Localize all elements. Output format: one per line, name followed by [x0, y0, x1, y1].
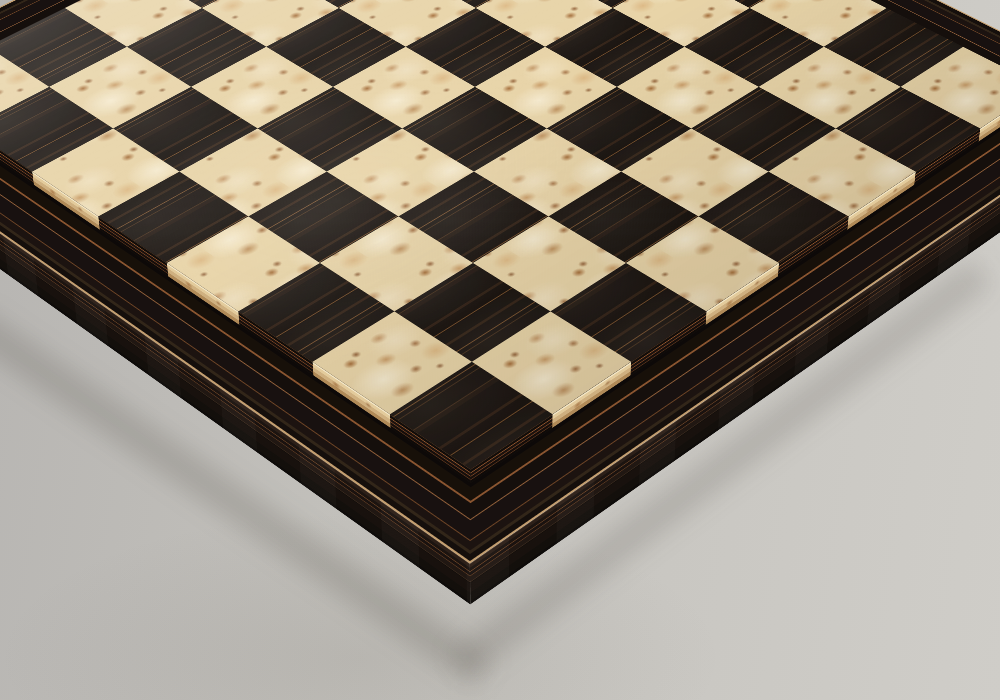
scene-3d	[0, 0, 1000, 700]
photo-stage: Corner view of an empty luxury chessboar…	[0, 0, 1000, 700]
